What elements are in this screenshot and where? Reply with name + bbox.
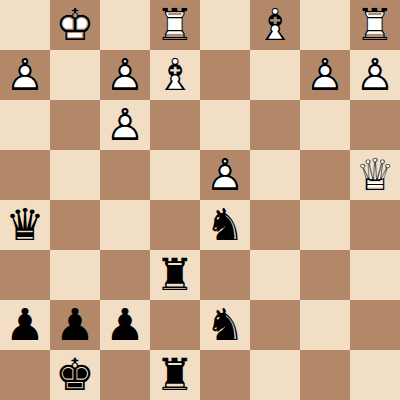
white-piece-outline-layer: ♙	[0, 50, 50, 100]
square-c8[interactable]	[100, 0, 150, 50]
white-piece-outline-layer: ♔	[50, 0, 100, 50]
square-a7[interactable]: ♟♙	[0, 50, 50, 100]
square-c7[interactable]: ♟♙	[100, 50, 150, 100]
white-piece-outline-layer: ♖	[350, 0, 400, 50]
square-e2[interactable]: ♞	[200, 300, 250, 350]
square-h4[interactable]	[350, 200, 400, 250]
square-f4[interactable]	[250, 200, 300, 250]
square-a5[interactable]	[0, 150, 50, 200]
square-e6[interactable]	[200, 100, 250, 150]
square-a4[interactable]: ♛	[0, 200, 50, 250]
square-a8[interactable]	[0, 0, 50, 50]
black-knight-piece[interactable]: ♞	[200, 200, 250, 250]
white-queen-piece[interactable]: ♛♕	[350, 150, 400, 200]
black-pawn-piece[interactable]: ♟	[50, 300, 100, 350]
square-d5[interactable]	[150, 150, 200, 200]
square-h8[interactable]: ♜♖	[350, 0, 400, 50]
square-f6[interactable]	[250, 100, 300, 150]
black-piece-glyph-layer: ♛	[0, 200, 50, 250]
white-bishop-piece[interactable]: ♝♗	[250, 0, 300, 50]
white-pawn-piece[interactable]: ♟♙	[300, 50, 350, 100]
square-e1[interactable]	[200, 350, 250, 400]
square-d6[interactable]	[150, 100, 200, 150]
square-d4[interactable]	[150, 200, 200, 250]
white-piece-outline-layer: ♗	[150, 50, 200, 100]
square-f2[interactable]	[250, 300, 300, 350]
black-piece-glyph-layer: ♟	[0, 300, 50, 350]
square-g5[interactable]	[300, 150, 350, 200]
square-b3[interactable]	[50, 250, 100, 300]
square-a6[interactable]	[0, 100, 50, 150]
square-h6[interactable]	[350, 100, 400, 150]
square-b1[interactable]: ♚	[50, 350, 100, 400]
square-b5[interactable]	[50, 150, 100, 200]
square-e8[interactable]	[200, 0, 250, 50]
chess-board: ♚♔♜♖♝♗♜♖♟♙♟♙♝♗♟♙♟♙♟♙♟♙♛♕♛♞♜♟♟♟♞♚♜	[0, 0, 400, 400]
square-d2[interactable]	[150, 300, 200, 350]
square-d1[interactable]: ♜	[150, 350, 200, 400]
square-b8[interactable]: ♚♔	[50, 0, 100, 50]
square-b2[interactable]: ♟	[50, 300, 100, 350]
white-pawn-piece[interactable]: ♟♙	[100, 100, 150, 150]
square-g3[interactable]	[300, 250, 350, 300]
white-piece-outline-layer: ♖	[150, 0, 200, 50]
square-h3[interactable]	[350, 250, 400, 300]
square-c6[interactable]: ♟♙	[100, 100, 150, 150]
square-b6[interactable]	[50, 100, 100, 150]
white-piece-outline-layer: ♗	[250, 0, 300, 50]
white-piece-outline-layer: ♙	[300, 50, 350, 100]
black-piece-glyph-layer: ♚	[50, 350, 100, 400]
square-g7[interactable]: ♟♙	[300, 50, 350, 100]
black-knight-piece[interactable]: ♞	[200, 300, 250, 350]
square-a1[interactable]	[0, 350, 50, 400]
white-pawn-piece[interactable]: ♟♙	[350, 50, 400, 100]
white-piece-outline-layer: ♙	[350, 50, 400, 100]
square-e5[interactable]: ♟♙	[200, 150, 250, 200]
white-rook-piece[interactable]: ♜♖	[150, 0, 200, 50]
square-c1[interactable]	[100, 350, 150, 400]
square-f5[interactable]	[250, 150, 300, 200]
black-rook-piece[interactable]: ♜	[150, 250, 200, 300]
square-e3[interactable]	[200, 250, 250, 300]
white-piece-outline-layer: ♕	[350, 150, 400, 200]
square-b7[interactable]	[50, 50, 100, 100]
square-c4[interactable]	[100, 200, 150, 250]
white-king-piece[interactable]: ♚♔	[50, 0, 100, 50]
black-pawn-piece[interactable]: ♟	[0, 300, 50, 350]
white-pawn-piece[interactable]: ♟♙	[200, 150, 250, 200]
black-piece-glyph-layer: ♞	[200, 300, 250, 350]
square-h7[interactable]: ♟♙	[350, 50, 400, 100]
square-g2[interactable]	[300, 300, 350, 350]
black-piece-glyph-layer: ♜	[150, 350, 200, 400]
white-piece-outline-layer: ♙	[100, 100, 150, 150]
black-piece-glyph-layer: ♞	[200, 200, 250, 250]
square-c2[interactable]: ♟	[100, 300, 150, 350]
square-d7[interactable]: ♝♗	[150, 50, 200, 100]
square-h5[interactable]: ♛♕	[350, 150, 400, 200]
black-piece-glyph-layer: ♜	[150, 250, 200, 300]
black-king-piece[interactable]: ♚	[50, 350, 100, 400]
square-g4[interactable]	[300, 200, 350, 250]
black-queen-piece[interactable]: ♛	[0, 200, 50, 250]
square-c5[interactable]	[100, 150, 150, 200]
white-pawn-piece[interactable]: ♟♙	[0, 50, 50, 100]
square-a3[interactable]	[0, 250, 50, 300]
square-a2[interactable]: ♟	[0, 300, 50, 350]
square-f7[interactable]	[250, 50, 300, 100]
black-piece-glyph-layer: ♟	[100, 300, 150, 350]
square-f1[interactable]	[250, 350, 300, 400]
square-e4[interactable]: ♞	[200, 200, 250, 250]
square-g6[interactable]	[300, 100, 350, 150]
square-e7[interactable]	[200, 50, 250, 100]
square-h1[interactable]	[350, 350, 400, 400]
square-f3[interactable]	[250, 250, 300, 300]
black-rook-piece[interactable]: ♜	[150, 350, 200, 400]
square-c3[interactable]	[100, 250, 150, 300]
white-bishop-piece[interactable]: ♝♗	[150, 50, 200, 100]
black-piece-glyph-layer: ♟	[50, 300, 100, 350]
square-f8[interactable]: ♝♗	[250, 0, 300, 50]
black-pawn-piece[interactable]: ♟	[100, 300, 150, 350]
square-g8[interactable]	[300, 0, 350, 50]
square-h2[interactable]	[350, 300, 400, 350]
white-piece-outline-layer: ♙	[100, 50, 150, 100]
white-piece-outline-layer: ♙	[200, 150, 250, 200]
square-g1[interactable]	[300, 350, 350, 400]
white-pawn-piece[interactable]: ♟♙	[100, 50, 150, 100]
square-d8[interactable]: ♜♖	[150, 0, 200, 50]
square-b4[interactable]	[50, 200, 100, 250]
white-rook-piece[interactable]: ♜♖	[350, 0, 400, 50]
square-d3[interactable]: ♜	[150, 250, 200, 300]
